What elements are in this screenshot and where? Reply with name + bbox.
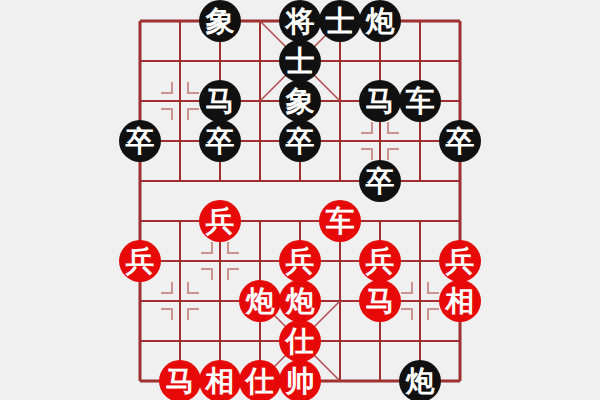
piece-glyph: 兵: [206, 207, 235, 236]
red-horse[interactable]: 马: [359, 280, 401, 322]
red-horse[interactable]: 马: [159, 360, 201, 400]
piece-glyph: 相: [446, 287, 475, 316]
piece-glyph: 车: [406, 87, 435, 116]
red-elephant[interactable]: 相: [439, 280, 481, 322]
piece-glyph: 卒: [286, 127, 315, 156]
piece-glyph: 兵: [446, 247, 475, 276]
red-chariot[interactable]: 车: [319, 200, 361, 242]
piece-glyph: 卒: [206, 127, 235, 156]
black-advisor[interactable]: 士: [319, 0, 361, 42]
red-cannon[interactable]: 炮: [279, 280, 321, 322]
pieces-layer: 象将士炮士马象马车卒卒卒卒卒炮兵车兵兵兵兵炮炮马相仕马相仕帅: [0, 0, 600, 400]
piece-glyph: 卒: [366, 167, 395, 196]
piece-glyph: 帅: [286, 367, 315, 396]
red-soldier[interactable]: 兵: [279, 240, 321, 282]
red-soldier[interactable]: 兵: [439, 240, 481, 282]
piece-glyph: 卒: [446, 127, 475, 156]
black-advisor[interactable]: 士: [279, 40, 321, 82]
black-cannon[interactable]: 炮: [399, 360, 441, 400]
black-soldier[interactable]: 卒: [199, 120, 241, 162]
piece-glyph: 马: [366, 287, 395, 316]
black-soldier[interactable]: 卒: [439, 120, 481, 162]
red-general[interactable]: 帅: [279, 360, 321, 400]
piece-glyph: 兵: [366, 247, 395, 276]
piece-glyph: 车: [326, 207, 355, 236]
black-soldier[interactable]: 卒: [359, 160, 401, 202]
piece-glyph: 士: [286, 47, 315, 76]
red-soldier[interactable]: 兵: [199, 200, 241, 242]
piece-glyph: 相: [206, 367, 235, 396]
black-horse[interactable]: 马: [359, 80, 401, 122]
piece-glyph: 马: [366, 87, 395, 116]
piece-glyph: 炮: [366, 7, 395, 36]
black-soldier[interactable]: 卒: [279, 120, 321, 162]
piece-glyph: 炮: [286, 287, 315, 316]
piece-glyph: 士: [326, 7, 355, 36]
piece-glyph: 马: [206, 87, 235, 116]
piece-glyph: 仕: [246, 367, 275, 396]
black-elephant[interactable]: 象: [279, 80, 321, 122]
black-chariot[interactable]: 车: [399, 80, 441, 122]
xiangqi-board-screen: 象将士炮士马象马车卒卒卒卒卒炮兵车兵兵兵兵炮炮马相仕马相仕帅: [0, 0, 600, 400]
piece-glyph: 将: [286, 7, 315, 36]
red-soldier[interactable]: 兵: [119, 240, 161, 282]
red-elephant[interactable]: 相: [199, 360, 241, 400]
piece-glyph: 兵: [286, 247, 315, 276]
black-general[interactable]: 将: [279, 0, 321, 42]
black-soldier[interactable]: 卒: [119, 120, 161, 162]
piece-glyph: 兵: [126, 247, 155, 276]
piece-glyph: 象: [206, 7, 235, 36]
black-cannon[interactable]: 炮: [359, 0, 401, 42]
piece-glyph: 炮: [406, 367, 435, 396]
black-elephant[interactable]: 象: [199, 0, 241, 42]
black-horse[interactable]: 马: [199, 80, 241, 122]
piece-glyph: 仕: [286, 327, 315, 356]
red-cannon[interactable]: 炮: [239, 280, 281, 322]
red-soldier[interactable]: 兵: [359, 240, 401, 282]
piece-glyph: 卒: [126, 127, 155, 156]
red-advisor[interactable]: 仕: [239, 360, 281, 400]
red-advisor[interactable]: 仕: [279, 320, 321, 362]
piece-glyph: 马: [166, 367, 195, 396]
piece-glyph: 象: [286, 87, 315, 116]
piece-glyph: 炮: [246, 287, 275, 316]
